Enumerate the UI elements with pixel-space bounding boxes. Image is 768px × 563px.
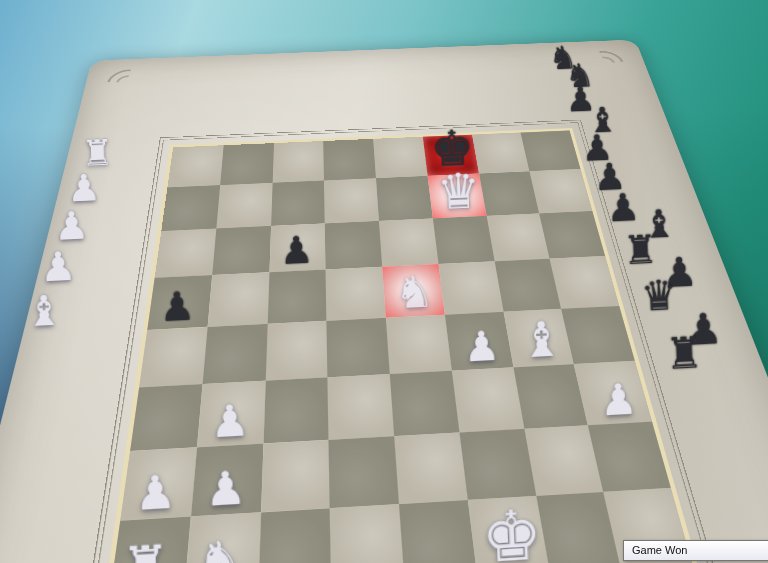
square-e7[interactable]	[376, 175, 433, 220]
square-f6[interactable]	[433, 215, 495, 264]
square-h8[interactable]	[521, 130, 581, 171]
square-f2[interactable]	[459, 428, 536, 500]
square-d7[interactable]	[324, 178, 379, 223]
square-c8[interactable]	[272, 141, 324, 183]
square-c7[interactable]	[271, 180, 325, 225]
square-d2[interactable]	[329, 435, 399, 508]
square-g4[interactable]: ♝	[503, 308, 574, 366]
square-e4[interactable]	[386, 314, 452, 373]
square-g3[interactable]	[513, 363, 588, 427]
square-h4[interactable]	[561, 305, 634, 363]
square-h3[interactable]: ♟	[574, 360, 652, 424]
square-f7[interactable]: ♛	[427, 173, 486, 218]
square-h5[interactable]	[550, 256, 619, 309]
square-d3[interactable]	[328, 373, 394, 439]
square-b4[interactable]	[202, 323, 267, 383]
square-g2[interactable]	[524, 424, 604, 496]
square-b5[interactable]	[207, 272, 269, 326]
white-queen[interactable]: ♛	[436, 165, 481, 216]
square-f1[interactable]: ♚	[468, 496, 550, 563]
scene: ♜♟♟♟♝ ♚♛♟♟♞♟♝♟♟♟♟♜♞♚ ♞♞♟♝♟♟♟♝♜♟♛♟♜	[0, 0, 768, 563]
white-pawn[interactable]: ♟	[204, 464, 247, 513]
captured-black-rook: ♜	[664, 330, 704, 375]
square-b8[interactable]	[220, 143, 274, 185]
square-f5[interactable]	[438, 261, 503, 314]
white-pawn[interactable]: ♟	[209, 397, 249, 443]
square-b2[interactable]: ♟	[191, 442, 263, 516]
square-c6[interactable]: ♟	[269, 223, 326, 272]
captured-black-rook: ♜	[622, 229, 658, 270]
square-h7[interactable]	[530, 168, 593, 212]
square-g8[interactable]	[472, 132, 530, 173]
square-a1[interactable]: ♜	[109, 516, 191, 563]
square-d1[interactable]	[330, 504, 404, 563]
square-a8[interactable]	[167, 145, 223, 187]
square-c3[interactable]	[263, 377, 329, 443]
square-b6[interactable]	[212, 225, 271, 275]
corner-flourish-icon	[95, 61, 159, 104]
square-c1[interactable]	[258, 508, 332, 563]
square-c5[interactable]	[267, 269, 326, 323]
captured-white-bishop: ♝	[24, 288, 63, 332]
square-f4[interactable]: ♟	[445, 311, 513, 370]
square-c2[interactable]	[260, 439, 329, 512]
square-e8[interactable]	[373, 136, 427, 177]
white-knight[interactable]: ♞	[195, 532, 246, 563]
captured-black-pawn: ♟	[606, 187, 641, 226]
captured-white-pawn: ♟	[54, 205, 90, 245]
white-pawn[interactable]: ♟	[599, 376, 638, 421]
white-knight[interactable]: ♞	[394, 269, 435, 315]
square-a6[interactable]	[155, 228, 217, 278]
game-won-label: Game Won	[632, 544, 687, 556]
square-e6[interactable]	[379, 218, 438, 267]
square-d5[interactable]	[326, 266, 386, 320]
square-a7[interactable]	[161, 184, 220, 230]
square-e1[interactable]	[399, 500, 477, 563]
captured-white-pawn: ♟	[40, 245, 77, 287]
square-f3[interactable]	[452, 367, 524, 432]
square-h6[interactable]	[539, 210, 605, 258]
captured-white-pawn: ♟	[67, 168, 101, 207]
square-a4[interactable]	[139, 326, 207, 386]
white-pawn[interactable]: ♟	[134, 468, 177, 517]
square-h2[interactable]	[588, 421, 671, 492]
black-pawn[interactable]: ♟	[159, 286, 196, 327]
square-d8[interactable]	[323, 138, 375, 179]
square-e3[interactable]	[390, 370, 459, 435]
game-won-tooltip: Game Won	[623, 540, 768, 561]
square-c4[interactable]	[265, 320, 327, 380]
square-a2[interactable]: ♟	[120, 446, 197, 520]
square-b3[interactable]: ♟	[197, 380, 265, 446]
white-pawn[interactable]: ♟	[462, 324, 500, 367]
square-d6[interactable]	[325, 220, 382, 269]
square-a5[interactable]: ♟	[147, 275, 212, 330]
captured-black-queen: ♛	[640, 273, 678, 316]
square-a3[interactable]	[130, 383, 202, 450]
square-e2[interactable]	[394, 431, 467, 503]
white-rook[interactable]: ♜	[120, 537, 171, 563]
square-e5[interactable]: ♞	[382, 264, 444, 318]
marble-table: ♜♟♟♟♝ ♚♛♟♟♞♟♝♟♟♟♟♜♞♚ ♞♞♟♝♟♟♟♝♜♟♛♟♜	[0, 39, 768, 563]
white-bishop[interactable]: ♝	[520, 314, 565, 365]
square-b1[interactable]: ♞	[184, 512, 261, 563]
square-d4[interactable]	[327, 317, 390, 376]
square-b7[interactable]	[216, 182, 272, 227]
white-king[interactable]: ♚	[480, 500, 543, 563]
black-pawn[interactable]: ♟	[279, 231, 314, 270]
